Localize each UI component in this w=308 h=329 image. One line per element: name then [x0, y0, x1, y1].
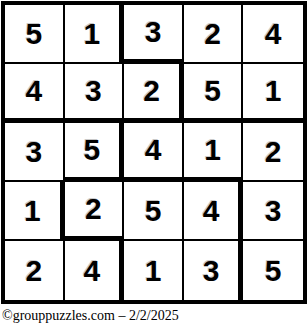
cell-value: 5 — [204, 76, 221, 106]
cell-r3c1: 3 — [5, 123, 65, 182]
cell-r5c5: 5 — [243, 241, 303, 300]
cell-r3c3: 4 — [124, 123, 184, 182]
cell-r1c2: 1 — [65, 5, 125, 64]
cell-value: 5 — [145, 196, 162, 226]
cell-r4c1: 1 — [5, 182, 65, 241]
cell-r4c2: 2 — [65, 182, 125, 241]
cell-value: 4 — [203, 196, 220, 226]
cell-r3c5: 2 — [243, 123, 303, 182]
cell-r2c4: 5 — [184, 64, 244, 123]
cell-r3c2: 5 — [65, 123, 125, 182]
cell-value: 2 — [265, 137, 282, 167]
cell-value: 2 — [204, 19, 221, 49]
cell-r5c2: 4 — [65, 241, 125, 300]
cell-r2c2: 3 — [65, 64, 125, 123]
cell-value: 5 — [25, 19, 42, 49]
cell-value: 4 — [265, 19, 282, 49]
cell-r4c3: 5 — [124, 182, 184, 241]
cell-value: 5 — [84, 135, 101, 165]
cell-value: 4 — [145, 135, 162, 165]
cell-value: 5 — [265, 256, 282, 286]
cell-r5c4: 3 — [184, 241, 244, 300]
cell-r1c1: 5 — [5, 5, 65, 64]
cell-r1c5: 4 — [243, 5, 303, 64]
copyright-credit: ©grouppuzzles.com – 2/2/2025 — [2, 308, 179, 324]
sudoku-board: 5 1 3 2 4 4 3 2 5 1 3 5 4 1 2 1 2 5 4 3 … — [1, 1, 307, 304]
cell-value: 1 — [24, 196, 41, 226]
cell-r2c5: 1 — [243, 64, 303, 123]
cell-r5c1: 2 — [5, 241, 65, 300]
cell-value: 1 — [145, 256, 162, 286]
cell-value: 1 — [84, 19, 101, 49]
cell-value: 2 — [25, 256, 42, 286]
cell-value: 3 — [265, 196, 282, 226]
cell-value: 4 — [25, 76, 42, 106]
cell-r1c4: 2 — [184, 5, 244, 64]
cell-r4c4: 4 — [184, 182, 244, 241]
cell-r2c3: 2 — [124, 64, 184, 123]
cell-r3c4: 1 — [184, 123, 244, 182]
cell-value: 3 — [145, 17, 162, 47]
cell-r5c3: 1 — [124, 241, 184, 300]
cell-value: 3 — [203, 256, 220, 286]
cell-r1c3: 3 — [124, 5, 184, 64]
cell-value: 1 — [265, 76, 282, 106]
cell-value: 4 — [84, 256, 101, 286]
cell-r2c1: 4 — [5, 64, 65, 123]
cell-value: 2 — [85, 194, 102, 224]
cell-value: 1 — [204, 135, 221, 165]
cell-value: 3 — [25, 137, 42, 167]
cell-r4c5: 3 — [243, 182, 303, 241]
cell-value: 3 — [85, 76, 102, 106]
cell-value: 2 — [143, 76, 160, 106]
